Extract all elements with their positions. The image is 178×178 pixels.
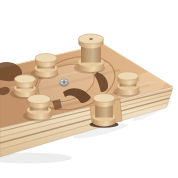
peg-cap-top [28,94,51,103]
puzzle-board-scene [0,0,178,178]
shadow-bottom-left [0,153,72,164]
peg-cap-hole [89,38,93,40]
center-screw [59,79,69,87]
product-photo [0,0,178,178]
peg-cap-top [118,72,139,80]
peg-cap-top [35,54,57,63]
peg-cap-top [93,94,115,103]
peg-cap-top [15,75,36,83]
